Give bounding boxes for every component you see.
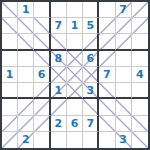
cell-r4c9[interactable] — [132, 51, 148, 67]
cell-r5c6[interactable] — [83, 67, 99, 83]
cell-r1c3[interactable] — [34, 2, 50, 18]
cell-r2c5-given[interactable]: 1 — [67, 18, 83, 34]
cell-r5c4[interactable] — [51, 67, 67, 83]
cell-r7c9[interactable] — [132, 99, 148, 115]
cell-r4c1[interactable] — [2, 51, 18, 67]
cell-r5c7-given[interactable]: 7 — [99, 67, 115, 83]
cell-r8c5-given[interactable]: 6 — [67, 116, 83, 132]
cell-r2c7[interactable] — [99, 18, 115, 34]
cell-r4c8[interactable] — [116, 51, 132, 67]
cell-r9c2-given[interactable]: 2 — [18, 132, 34, 148]
cell-r7c6[interactable] — [83, 99, 99, 115]
cell-r1c9[interactable] — [132, 2, 148, 18]
cell-r1c5[interactable] — [67, 2, 83, 18]
cell-r7c5[interactable] — [67, 99, 83, 115]
cell-r4c5[interactable] — [67, 51, 83, 67]
cell-r9c9[interactable] — [132, 132, 148, 148]
cell-r6c1[interactable] — [2, 83, 18, 99]
cell-r1c2-given[interactable]: 1 — [18, 2, 34, 18]
cell-r4c2[interactable] — [18, 51, 34, 67]
cell-r9c1[interactable] — [2, 132, 18, 148]
cell-r3c1[interactable] — [2, 34, 18, 50]
sudoku-grid: 177158616741326723 — [2, 2, 148, 148]
cell-r8c1[interactable] — [2, 116, 18, 132]
cell-r8c6-given[interactable]: 7 — [83, 116, 99, 132]
cell-r5c3-given[interactable]: 6 — [34, 67, 50, 83]
cell-r9c8-given[interactable]: 3 — [116, 132, 132, 148]
cell-r2c1[interactable] — [2, 18, 18, 34]
cell-r6c4-given[interactable]: 1 — [51, 83, 67, 99]
cell-r2c3[interactable] — [34, 18, 50, 34]
cell-r3c4[interactable] — [51, 34, 67, 50]
cell-r4c6-given[interactable]: 6 — [83, 51, 99, 67]
cell-r6c2[interactable] — [18, 83, 34, 99]
cell-r2c6-given[interactable]: 5 — [83, 18, 99, 34]
cell-r1c4[interactable] — [51, 2, 67, 18]
cell-r3c7[interactable] — [99, 34, 115, 50]
cell-r4c4-given[interactable]: 8 — [51, 51, 67, 67]
cell-r5c1-given[interactable]: 1 — [2, 67, 18, 83]
cell-r2c8[interactable] — [116, 18, 132, 34]
cell-r6c3[interactable] — [34, 83, 50, 99]
cell-r2c9[interactable] — [132, 18, 148, 34]
cell-r4c7[interactable] — [99, 51, 115, 67]
cell-r8c8[interactable] — [116, 116, 132, 132]
cell-r9c4[interactable] — [51, 132, 67, 148]
cell-r3c6[interactable] — [83, 34, 99, 50]
cell-r3c5[interactable] — [67, 34, 83, 50]
cell-r4c3[interactable] — [34, 51, 50, 67]
cell-r9c3[interactable] — [34, 132, 50, 148]
cell-r1c6[interactable] — [83, 2, 99, 18]
cell-r8c4-given[interactable]: 2 — [51, 116, 67, 132]
cell-r7c7[interactable] — [99, 99, 115, 115]
cell-r3c8[interactable] — [116, 34, 132, 50]
cell-r3c3[interactable] — [34, 34, 50, 50]
cell-r2c4-given[interactable]: 7 — [51, 18, 67, 34]
cell-r7c1[interactable] — [2, 99, 18, 115]
cell-r6c7[interactable] — [99, 83, 115, 99]
cell-r1c1[interactable] — [2, 2, 18, 18]
cell-r9c6[interactable] — [83, 132, 99, 148]
cell-r7c2[interactable] — [18, 99, 34, 115]
cell-r5c8[interactable] — [116, 67, 132, 83]
cell-r8c2[interactable] — [18, 116, 34, 132]
sudoku-board: 177158616741326723 — [0, 0, 150, 150]
cell-r7c4[interactable] — [51, 99, 67, 115]
cell-r5c5[interactable] — [67, 67, 83, 83]
cell-r1c8-given[interactable]: 7 — [116, 2, 132, 18]
cell-r8c7[interactable] — [99, 116, 115, 132]
cell-r6c9[interactable] — [132, 83, 148, 99]
cell-r3c9[interactable] — [132, 34, 148, 50]
cell-r5c2[interactable] — [18, 67, 34, 83]
cell-r6c5[interactable] — [67, 83, 83, 99]
cell-r3c2[interactable] — [18, 34, 34, 50]
cell-r5c9-given[interactable]: 4 — [132, 67, 148, 83]
cell-r6c8[interactable] — [116, 83, 132, 99]
cell-r2c2[interactable] — [18, 18, 34, 34]
cell-r9c7[interactable] — [99, 132, 115, 148]
cell-r8c3[interactable] — [34, 116, 50, 132]
cell-r6c6-given[interactable]: 3 — [83, 83, 99, 99]
cell-r9c5[interactable] — [67, 132, 83, 148]
cell-r7c3[interactable] — [34, 99, 50, 115]
cell-r1c7[interactable] — [99, 2, 115, 18]
cell-r8c9[interactable] — [132, 116, 148, 132]
cell-r7c8[interactable] — [116, 99, 132, 115]
